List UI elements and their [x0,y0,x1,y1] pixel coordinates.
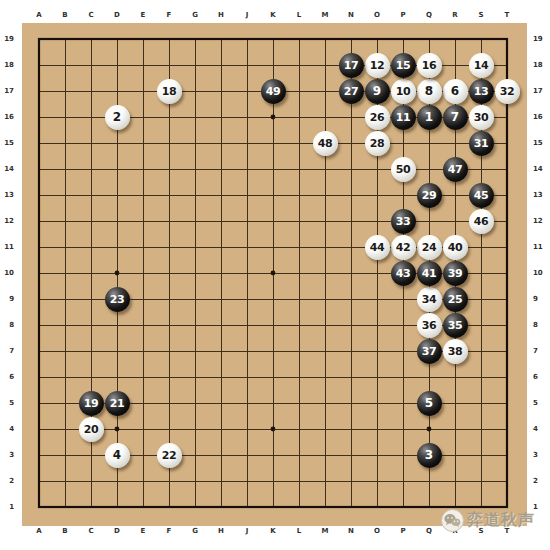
coord-label: 4 [0,416,16,442]
move-number: 49 [266,86,280,97]
coord-label: P [390,10,416,20]
coord-label: 3 [0,442,16,468]
coord-label: 8 [0,312,16,338]
stone-white-50-P14[interactable]: 50 [391,157,416,182]
stone-white-32-T17[interactable]: 32 [495,79,520,104]
coord-label: 18 [533,52,549,78]
coord-label: O [364,10,390,20]
coord-label: T [494,10,520,20]
coord-label: 2 [0,468,16,494]
stone-black-5-Q5[interactable]: 5 [417,391,442,416]
move-number: 40 [448,242,462,253]
move-number: 9 [373,85,381,97]
move-number: 35 [448,320,462,331]
move-number: 24 [422,242,436,253]
stone-white-34-Q9[interactable]: 34 [417,287,442,312]
coord-label: C [78,526,104,536]
coord-label: 12 [533,208,549,234]
coord-label: 11 [533,234,549,260]
coord-label: 7 [533,338,549,364]
stone-black-17-N18[interactable]: 17 [339,53,364,78]
coord-label: 4 [533,416,549,442]
move-number: 31 [474,138,488,149]
stone-black-7-R16[interactable]: 7 [443,105,468,130]
coord-label: A [26,526,52,536]
coord-label: N [338,10,364,20]
move-number: 25 [448,294,462,305]
coord-label: 6 [0,364,16,390]
coord-label: L [286,10,312,20]
stone-black-9-O17[interactable]: 9 [365,79,390,104]
coord-label: 16 [533,104,549,130]
stone-black-41-Q10[interactable]: 41 [417,261,442,286]
coord-label: E [130,526,156,536]
coord-label: F [156,526,182,536]
coord-label: M [312,526,338,536]
move-number: 6 [451,85,459,97]
move-number: 30 [474,112,488,123]
move-number: 13 [474,86,488,97]
stone-black-45-S13[interactable]: 45 [469,183,494,208]
stone-black-39-R10[interactable]: 39 [443,261,468,286]
stone-black-43-P10[interactable]: 43 [391,261,416,286]
coord-label: P [390,526,416,536]
coord-label: 9 [533,286,549,312]
stone-white-26-O16[interactable]: 26 [365,105,390,130]
coord-label: G [182,526,208,536]
coord-label: 6 [533,364,549,390]
stone-white-4-D3[interactable]: 4 [105,443,130,468]
move-number: 47 [448,164,462,175]
stone-black-35-R8[interactable]: 35 [443,313,468,338]
stone-white-22-F3[interactable]: 22 [157,443,182,468]
move-number: 4 [113,449,121,461]
stone-white-42-P11[interactable]: 42 [391,235,416,260]
stone-white-20-C4[interactable]: 20 [79,417,104,442]
move-number: 48 [318,138,332,149]
move-number: 32 [500,86,514,97]
coord-label: R [442,10,468,20]
stone-black-3-Q3[interactable]: 3 [417,443,442,468]
coord-label: 13 [0,182,16,208]
stone-white-28-O15[interactable]: 28 [365,131,390,156]
move-number: 23 [110,294,124,305]
move-number: 42 [396,242,410,253]
move-number: 37 [422,346,436,357]
coord-label: 15 [533,130,549,156]
coord-label: 15 [0,130,16,156]
move-number: 7 [451,111,459,123]
coord-label: S [468,10,494,20]
coord-label: 10 [533,260,549,286]
coord-label: 18 [0,52,16,78]
move-number: 43 [396,268,410,279]
stone-white-48-M15[interactable]: 48 [313,131,338,156]
move-number: 18 [162,86,176,97]
stone-black-11-P16[interactable]: 11 [391,105,416,130]
go-kifu-diagram: ABCDEFGHJKLMNOPQRST ABCDEFGHJKLMNOPQRST … [0,0,550,550]
stone-black-47-R14[interactable]: 47 [443,157,468,182]
watermark-text: 弈道秋声 [467,510,535,531]
coord-label: J [234,10,260,20]
board-intersections: 1234567891011121314151617181920212223242… [26,26,520,520]
column-labels-top: ABCDEFGHJKLMNOPQRST [26,10,520,20]
stone-white-46-S12[interactable]: 46 [469,209,494,234]
coord-label: Q [416,526,442,536]
move-number: 46 [474,216,488,227]
stone-white-16-Q18[interactable]: 16 [417,53,442,78]
coord-label: 3 [533,442,549,468]
coord-label: 7 [0,338,16,364]
coord-label: 9 [0,286,16,312]
coord-label: 1 [0,494,16,520]
stone-white-40-R11[interactable]: 40 [443,235,468,260]
stone-white-44-O11[interactable]: 44 [365,235,390,260]
coord-label: 1 [533,494,549,520]
move-number: 26 [370,112,384,123]
coord-label: 17 [0,78,16,104]
move-number: 39 [448,268,462,279]
stone-white-10-P17[interactable]: 10 [391,79,416,104]
move-number: 12 [370,60,384,71]
coord-label: A [26,10,52,20]
move-number: 10 [396,86,410,97]
coord-label: 2 [533,468,549,494]
stone-white-30-S16[interactable]: 30 [469,105,494,130]
coord-label: 13 [533,182,549,208]
stone-white-8-Q17[interactable]: 8 [417,79,442,104]
coord-label: N [338,526,364,536]
row-labels-left: 19181716151413121110987654321 [0,26,16,520]
move-number: 5 [425,397,433,409]
coord-label: 19 [533,26,549,52]
stone-black-49-K17[interactable]: 49 [261,79,286,104]
watermark: 弈道秋声 [441,509,535,532]
coord-label: L [286,526,312,536]
wechat-icon [441,509,464,532]
move-number: 17 [344,60,358,71]
coord-label: E [130,10,156,20]
move-number: 21 [110,398,124,409]
stone-black-29-Q13[interactable]: 29 [417,183,442,208]
move-number: 50 [396,164,410,175]
move-number: 22 [162,450,176,461]
coord-label: 11 [0,234,16,260]
stone-black-25-R9[interactable]: 25 [443,287,468,312]
stone-black-37-Q7[interactable]: 37 [417,339,442,364]
coord-label: K [260,10,286,20]
move-number: 36 [422,320,436,331]
coord-label: C [78,10,104,20]
move-number: 27 [344,86,358,97]
move-number: 8 [425,85,433,97]
stone-white-2-D16[interactable]: 2 [105,105,130,130]
move-number: 38 [448,346,462,357]
coord-label: 8 [533,312,549,338]
move-number: 41 [422,268,436,279]
move-number: 3 [425,449,433,461]
stone-black-31-S15[interactable]: 31 [469,131,494,156]
stone-white-36-Q8[interactable]: 36 [417,313,442,338]
move-number: 20 [84,424,98,435]
move-number: 14 [474,60,488,71]
coord-label: G [182,10,208,20]
move-number: 15 [396,60,410,71]
coord-label: O [364,526,390,536]
stone-black-21-D5[interactable]: 21 [105,391,130,416]
coord-label: 5 [533,390,549,416]
coord-label: 10 [0,260,16,286]
move-number: 2 [113,111,121,123]
stone-white-12-O18[interactable]: 12 [365,53,390,78]
coord-label: F [156,10,182,20]
stone-black-27-N17[interactable]: 27 [339,79,364,104]
coord-label: 12 [0,208,16,234]
coord-label: J [234,526,260,536]
move-number: 44 [370,242,384,253]
coord-label: D [104,10,130,20]
stone-black-19-C5[interactable]: 19 [79,391,104,416]
coord-label: B [52,10,78,20]
stone-white-14-S18[interactable]: 14 [469,53,494,78]
move-number: 16 [422,60,436,71]
coord-label: Q [416,10,442,20]
coord-label: K [260,526,286,536]
move-number: 34 [422,294,436,305]
stone-black-33-P12[interactable]: 33 [391,209,416,234]
coord-label: H [208,526,234,536]
row-labels-right: 19181716151413121110987654321 [533,26,549,520]
stone-white-6-R17[interactable]: 6 [443,79,468,104]
coord-label: 17 [533,78,549,104]
coord-label: 14 [0,156,16,182]
move-number: 28 [370,138,384,149]
move-number: 45 [474,190,488,201]
stone-black-23-D9[interactable]: 23 [105,287,130,312]
coord-label: D [104,526,130,536]
stone-white-24-Q11[interactable]: 24 [417,235,442,260]
coord-label: 5 [0,390,16,416]
stone-black-15-P18[interactable]: 15 [391,53,416,78]
move-number: 29 [422,190,436,201]
coord-label: 16 [0,104,16,130]
stone-black-13-S17[interactable]: 13 [469,79,494,104]
move-number: 1 [425,111,433,123]
move-number: 33 [396,216,410,227]
stone-white-38-R7[interactable]: 38 [443,339,468,364]
coord-label: H [208,10,234,20]
stone-white-18-F17[interactable]: 18 [157,79,182,104]
move-number: 19 [84,398,98,409]
coord-label: M [312,10,338,20]
coord-label: 19 [0,26,16,52]
coord-label: 14 [533,156,549,182]
move-number: 11 [396,112,410,123]
stone-black-1-Q16[interactable]: 1 [417,105,442,130]
coord-label: B [52,526,78,536]
